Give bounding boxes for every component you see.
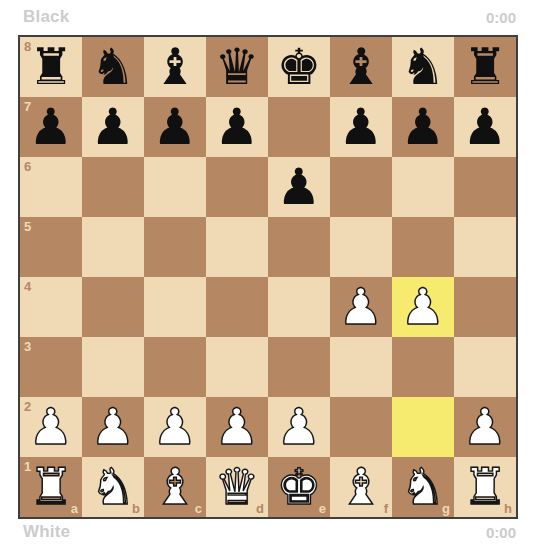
square-h8[interactable]: ♜ <box>454 37 516 97</box>
piece-white-pawn[interactable]: ♟ <box>454 397 516 457</box>
piece-black-pawn[interactable]: ♟ <box>392 97 454 157</box>
square-b4[interactable] <box>82 277 144 337</box>
square-f3[interactable] <box>330 337 392 397</box>
square-e7[interactable] <box>268 97 330 157</box>
piece-white-knight[interactable]: ♞ <box>392 457 454 517</box>
rank-label-3: 3 <box>24 340 31 353</box>
player-name-white: White <box>23 522 70 542</box>
square-d4[interactable] <box>206 277 268 337</box>
square-h1[interactable]: h♜ <box>454 457 516 517</box>
piece-white-rook[interactable]: ♜ <box>454 457 516 517</box>
square-f8[interactable]: ♝ <box>330 37 392 97</box>
piece-black-pawn[interactable]: ♟ <box>268 157 330 217</box>
square-d2[interactable]: ♟ <box>206 397 268 457</box>
piece-white-knight[interactable]: ♞ <box>82 457 144 517</box>
square-g8[interactable]: ♞ <box>392 37 454 97</box>
square-e5[interactable] <box>268 217 330 277</box>
square-f7[interactable]: ♟ <box>330 97 392 157</box>
piece-white-pawn[interactable]: ♟ <box>392 277 454 337</box>
square-b6[interactable] <box>82 157 144 217</box>
square-h2[interactable]: ♟ <box>454 397 516 457</box>
square-a1[interactable]: 1a♜ <box>20 457 82 517</box>
square-b8[interactable]: ♞ <box>82 37 144 97</box>
piece-black-pawn[interactable]: ♟ <box>20 97 82 157</box>
piece-white-rook[interactable]: ♜ <box>20 457 82 517</box>
square-h5[interactable] <box>454 217 516 277</box>
square-d3[interactable] <box>206 337 268 397</box>
square-g1[interactable]: g♞ <box>392 457 454 517</box>
piece-white-pawn[interactable]: ♟ <box>82 397 144 457</box>
square-c5[interactable] <box>144 217 206 277</box>
square-g3[interactable] <box>392 337 454 397</box>
rank-label-6: 6 <box>24 160 31 173</box>
square-c3[interactable] <box>144 337 206 397</box>
piece-black-knight[interactable]: ♞ <box>392 37 454 97</box>
piece-white-pawn[interactable]: ♟ <box>268 397 330 457</box>
square-f2[interactable] <box>330 397 392 457</box>
square-c1[interactable]: c♝ <box>144 457 206 517</box>
piece-white-king[interactable]: ♚ <box>268 457 330 517</box>
square-e2[interactable]: ♟ <box>268 397 330 457</box>
square-g5[interactable] <box>392 217 454 277</box>
chess-board[interactable]: 8♜♞♝♛♚♝♞♜7♟♟♟♟♟♟♟6♟54♟♟32♟♟♟♟♟♟1a♜b♞c♝d♛… <box>20 37 516 517</box>
bottom-player-bar: White 0:00 <box>0 517 534 547</box>
piece-black-rook[interactable]: ♜ <box>20 37 82 97</box>
piece-white-bishop[interactable]: ♝ <box>144 457 206 517</box>
square-b3[interactable] <box>82 337 144 397</box>
square-b2[interactable]: ♟ <box>82 397 144 457</box>
piece-white-pawn[interactable]: ♟ <box>144 397 206 457</box>
square-c2[interactable]: ♟ <box>144 397 206 457</box>
piece-black-pawn[interactable]: ♟ <box>206 97 268 157</box>
square-d8[interactable]: ♛ <box>206 37 268 97</box>
square-d1[interactable]: d♛ <box>206 457 268 517</box>
clock-white: 0:00 <box>486 524 516 541</box>
piece-white-queen[interactable]: ♛ <box>206 457 268 517</box>
square-c7[interactable]: ♟ <box>144 97 206 157</box>
square-c8[interactable]: ♝ <box>144 37 206 97</box>
square-a3[interactable]: 3 <box>20 337 82 397</box>
piece-black-bishop[interactable]: ♝ <box>144 37 206 97</box>
square-b1[interactable]: b♞ <box>82 457 144 517</box>
piece-black-pawn[interactable]: ♟ <box>82 97 144 157</box>
square-a6[interactable]: 6 <box>20 157 82 217</box>
piece-black-king[interactable]: ♚ <box>268 37 330 97</box>
square-g6[interactable] <box>392 157 454 217</box>
square-c4[interactable] <box>144 277 206 337</box>
square-d6[interactable] <box>206 157 268 217</box>
piece-black-rook[interactable]: ♜ <box>454 37 516 97</box>
square-e1[interactable]: e♚ <box>268 457 330 517</box>
piece-white-pawn[interactable]: ♟ <box>206 397 268 457</box>
square-a8[interactable]: 8♜ <box>20 37 82 97</box>
player-name-black: Black <box>23 7 69 27</box>
square-g7[interactable]: ♟ <box>392 97 454 157</box>
square-f6[interactable] <box>330 157 392 217</box>
square-e8[interactable]: ♚ <box>268 37 330 97</box>
square-f4[interactable]: ♟ <box>330 277 392 337</box>
square-a5[interactable]: 5 <box>20 217 82 277</box>
piece-black-pawn[interactable]: ♟ <box>144 97 206 157</box>
square-c6[interactable] <box>144 157 206 217</box>
piece-black-pawn[interactable]: ♟ <box>330 97 392 157</box>
square-h4[interactable] <box>454 277 516 337</box>
square-g4[interactable]: ♟ <box>392 277 454 337</box>
square-h6[interactable] <box>454 157 516 217</box>
square-a4[interactable]: 4 <box>20 277 82 337</box>
rank-label-5: 5 <box>24 220 31 233</box>
square-b7[interactable]: ♟ <box>82 97 144 157</box>
piece-black-knight[interactable]: ♞ <box>82 37 144 97</box>
piece-black-queen[interactable]: ♛ <box>206 37 268 97</box>
piece-white-pawn[interactable]: ♟ <box>20 397 82 457</box>
square-f5[interactable] <box>330 217 392 277</box>
rank-label-4: 4 <box>24 280 31 293</box>
square-e6[interactable]: ♟ <box>268 157 330 217</box>
clock-black: 0:00 <box>486 9 516 26</box>
square-f1[interactable]: f♝ <box>330 457 392 517</box>
piece-black-bishop[interactable]: ♝ <box>330 37 392 97</box>
square-b5[interactable] <box>82 217 144 277</box>
square-h3[interactable] <box>454 337 516 397</box>
piece-white-pawn[interactable]: ♟ <box>330 277 392 337</box>
square-d7[interactable]: ♟ <box>206 97 268 157</box>
square-d5[interactable] <box>206 217 268 277</box>
board-frame: 8♜♞♝♛♚♝♞♜7♟♟♟♟♟♟♟6♟54♟♟32♟♟♟♟♟♟1a♜b♞c♝d♛… <box>18 35 518 519</box>
square-a2[interactable]: 2♟ <box>20 397 82 457</box>
piece-white-bishop[interactable]: ♝ <box>330 457 392 517</box>
top-player-bar: Black 0:00 <box>0 2 534 32</box>
piece-black-pawn[interactable]: ♟ <box>454 97 516 157</box>
square-a7[interactable]: 7♟ <box>20 97 82 157</box>
square-h7[interactable]: ♟ <box>454 97 516 157</box>
square-e4[interactable] <box>268 277 330 337</box>
square-e3[interactable] <box>268 337 330 397</box>
square-g2[interactable] <box>392 397 454 457</box>
